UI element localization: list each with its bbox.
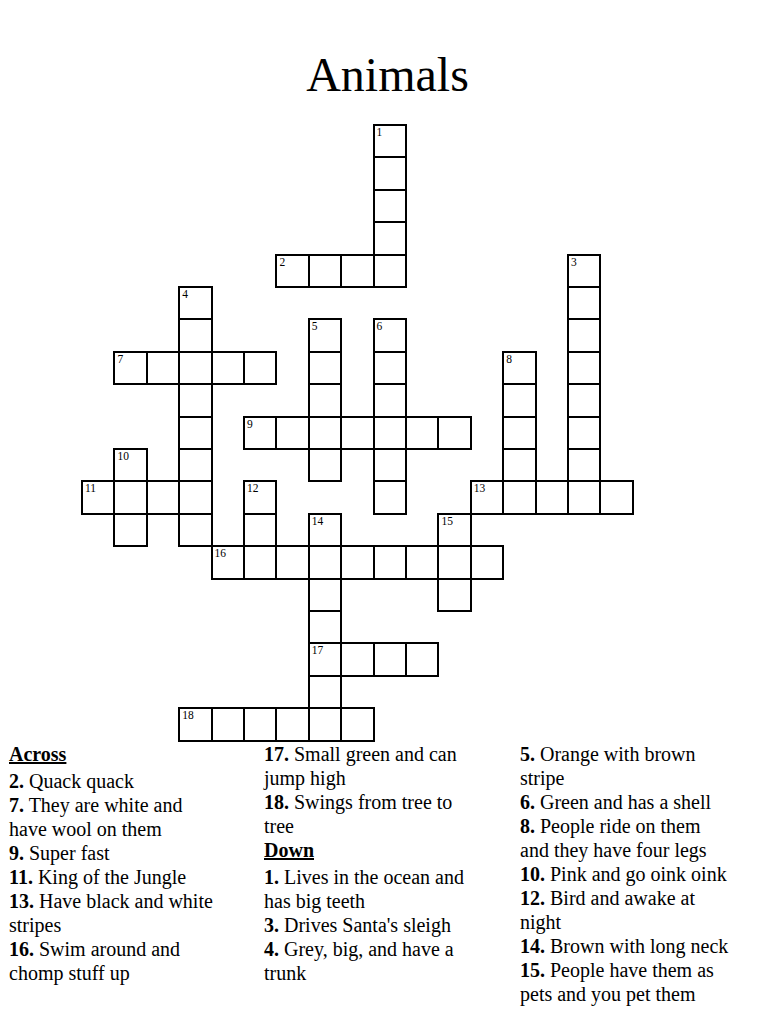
grid-cell-r12c3[interactable] [178,513,212,547]
grid-cell-r8c15[interactable] [567,383,601,417]
clue-text: Small green and can jump high [264,743,457,789]
grid-cell-r4c8[interactable] [340,254,374,288]
clue-text: King of the Jungle [38,866,186,888]
grid-cell-r18c7[interactable] [308,707,342,741]
clue-text: They are white and have wool on them [9,794,182,840]
clue-number: 5. [520,743,535,765]
cell-number: 15 [441,515,453,527]
grid-cell-r8c7[interactable] [308,383,342,417]
grid-cell-r8c9[interactable] [373,383,407,417]
clue-15-down: 15. People have them as pets and you pet… [520,958,766,1006]
clue-number: 1. [264,866,279,888]
grid-cell-r7c2[interactable] [146,351,180,385]
grid-cell-r12c7[interactable]: 14 [308,513,342,547]
grid-cell-r13c7[interactable] [308,545,342,579]
clue-number: 13. [9,890,34,912]
clue-number: 14. [520,935,545,957]
grid-cell-r13c8[interactable] [340,545,374,579]
grid-cell-r11c5[interactable]: 12 [243,480,277,514]
grid-cell-r16c10[interactable] [405,642,439,676]
grid-cell-r18c8[interactable] [340,707,374,741]
grid-cell-r13c6[interactable] [275,545,309,579]
grid-cell-r9c8[interactable] [340,416,374,450]
grid-cell-r11c3[interactable] [178,480,212,514]
clue-18-across: 18. Swings from tree to tree [264,790,510,838]
grid-cell-r9c10[interactable] [405,416,439,450]
grid-cell-r6c9[interactable]: 6 [373,318,407,352]
grid-cell-r10c13[interactable] [502,448,536,482]
grid-cell-r16c8[interactable] [340,642,374,676]
clues-header-down: Down [264,838,510,862]
clue-17-across: 17. Small green and can jump high [264,742,510,790]
grid-cell-r13c4[interactable]: 16 [211,545,245,579]
clue-1-down: 1. Lives in the ocean and has big teeth [264,865,510,913]
clue-13-across: 13. Have black and white stripes [9,889,255,937]
cell-number: 10 [117,450,129,462]
grid-cell-r12c5[interactable] [243,513,277,547]
cell-number: 5 [312,320,318,332]
cell-number: 16 [215,547,227,559]
clue-number: 16. [9,938,34,960]
grid-cell-r9c5[interactable]: 9 [243,416,277,450]
clue-text: Pink and go oink oink [550,863,727,885]
grid-cell-r9c15[interactable] [567,416,601,450]
grid-cell-r15c7[interactable] [308,610,342,644]
grid-cell-r2c9[interactable] [373,189,407,223]
clue-text: Orange with brown stripe [520,743,696,789]
clue-number: 6. [520,791,535,813]
grid-cell-r11c13[interactable] [502,480,536,514]
clue-number: 18. [264,791,289,813]
clue-2-across: 2. Quack quack [9,769,255,793]
clue-column-3: 5. Orange with brown stripe6. Green and … [520,742,766,1006]
clue-text: Bird and awake at night [520,887,695,933]
grid-cell-r13c10[interactable] [405,545,439,579]
grid-cell-r7c15[interactable] [567,351,601,385]
cell-number: 9 [247,418,253,430]
grid-cell-r12c11[interactable]: 15 [437,513,471,547]
grid-cell-r16c9[interactable] [373,642,407,676]
grid-cell-r18c5[interactable] [243,707,277,741]
crossword-grid: 123456789101112131415161718 [81,124,634,742]
grid-cell-r11c12[interactable]: 13 [470,480,504,514]
clue-text: Grey, big, and have a trunk [264,938,454,984]
grid-cell-r12c1[interactable] [113,513,147,547]
grid-cell-r10c3[interactable] [178,448,212,482]
clue-number: 17. [264,743,289,765]
clue-9-across: 9. Super fast [9,841,255,865]
clue-text: Lives in the ocean and has big teeth [264,866,464,912]
clues-header-text: Across [9,743,66,765]
clue-text: People ride on them and they have four l… [520,815,707,861]
clue-4-down: 4. Grey, big, and have a trunk [264,937,510,985]
grid-cell-r1c9[interactable] [373,156,407,190]
clue-7-across: 7. They are white and have wool on them [9,793,255,841]
grid-cell-r10c9[interactable] [373,448,407,482]
clue-number: 11. [9,866,33,888]
grid-cell-r11c15[interactable] [567,480,601,514]
grid-cell-r4c9[interactable] [373,254,407,288]
cell-number: 1 [377,126,383,138]
grid-cell-r3c9[interactable] [373,221,407,255]
grid-cell-r11c1[interactable] [113,480,147,514]
grid-cell-r16c7[interactable]: 17 [308,642,342,676]
grid-cell-r10c1[interactable]: 10 [113,448,147,482]
worksheet-page: Animals 123456789101112131415161718 Acro… [0,0,775,1028]
clue-3-down: 3. Drives Santa's sleigh [264,913,510,937]
grid-cell-r11c14[interactable] [535,480,569,514]
grid-cell-r14c7[interactable] [308,578,342,612]
clue-11-across: 11. King of the Jungle [9,865,255,889]
cell-number: 18 [182,709,194,721]
grid-cell-r7c3[interactable] [178,351,212,385]
grid-cell-r9c3[interactable] [178,416,212,450]
clue-text: Quack quack [29,770,134,792]
clue-8-down: 8. People ride on them and they have fou… [520,814,766,862]
clue-5-down: 5. Orange with brown stripe [520,742,766,790]
clue-6-down: 6. Green and has a shell [520,790,766,814]
grid-cell-r4c7[interactable] [308,254,342,288]
clue-number: 10. [520,863,545,885]
grid-cell-r18c4[interactable] [211,707,245,741]
cell-number: 6 [377,320,383,332]
grid-cell-r5c3[interactable]: 4 [178,286,212,320]
cell-number: 7 [117,353,123,365]
puzzle-title: Animals [0,51,775,99]
grid-cell-r7c4[interactable] [211,351,245,385]
grid-cell-r0c9[interactable]: 1 [373,124,407,158]
grid-cell-r9c11[interactable] [437,416,471,450]
grid-cell-r13c5[interactable] [243,545,277,579]
clue-number: 8. [520,815,535,837]
clues-header-across: Across [9,742,255,766]
cell-number: 14 [312,515,324,527]
grid-cell-r18c6[interactable] [275,707,309,741]
clue-number: 7. [9,794,24,816]
grid-cell-r9c13[interactable] [502,416,536,450]
clue-12-down: 12. Bird and awake at night [520,886,766,934]
clue-14-down: 14. Brown with long neck [520,934,766,958]
grid-cell-r13c12[interactable] [470,545,504,579]
grid-cell-r13c9[interactable] [373,545,407,579]
grid-cell-r9c6[interactable] [275,416,309,450]
clue-number: 2. [9,770,24,792]
clue-16-across: 16. Swim around and chomp stuff up [9,937,255,985]
clue-text: Brown with long neck [550,935,728,957]
clue-number: 4. [264,938,279,960]
clue-number: 12. [520,887,545,909]
grid-cell-r13c11[interactable] [437,545,471,579]
cell-number: 3 [571,256,577,268]
clue-number: 9. [9,842,24,864]
grid-cell-r7c1[interactable]: 7 [113,351,147,385]
grid-cell-r11c9[interactable] [373,480,407,514]
grid-cell-r7c7[interactable] [308,351,342,385]
grid-cell-r10c7[interactable] [308,448,342,482]
grid-cell-r4c15[interactable]: 3 [567,254,601,288]
grid-cell-r10c15[interactable] [567,448,601,482]
grid-cell-r7c13[interactable]: 8 [502,351,536,385]
grid-cell-r9c7[interactable] [308,416,342,450]
grid-cell-r14c11[interactable] [437,578,471,612]
clue-text: People have them as pets and you pet the… [520,959,714,1005]
clues-header-text: Down [264,839,314,861]
clue-text: Super fast [29,842,110,864]
grid-cell-r6c7[interactable]: 5 [308,318,342,352]
grid-cell-r6c15[interactable] [567,318,601,352]
grid-cell-r17c7[interactable] [308,675,342,709]
grid-cell-r7c5[interactable] [243,351,277,385]
clue-text: Green and has a shell [540,791,711,813]
grid-cell-r8c13[interactable] [502,383,536,417]
clue-10-down: 10. Pink and go oink oink [520,862,766,886]
clue-text: Swim around and chomp stuff up [9,938,180,984]
grid-cell-r11c2[interactable] [146,480,180,514]
grid-cell-r11c16[interactable] [599,480,633,514]
clue-number: 15. [520,959,545,981]
cell-number: 17 [312,644,324,656]
cell-number: 2 [279,256,285,268]
cell-number: 4 [182,288,188,300]
clue-text: Have black and white stripes [9,890,213,936]
clue-number: 3. [264,914,279,936]
cell-number: 12 [247,482,259,494]
clue-text: Drives Santa's sleigh [284,914,451,936]
grid-cell-r8c3[interactable] [178,383,212,417]
grid-cell-r9c9[interactable] [373,416,407,450]
grid-cell-r6c3[interactable] [178,318,212,352]
grid-cell-r11c0[interactable]: 11 [81,480,115,514]
clue-column-2: 17. Small green and can jump high18. Swi… [264,742,510,985]
grid-cell-r7c9[interactable] [373,351,407,385]
grid-cell-r5c15[interactable] [567,286,601,320]
cell-number: 8 [506,353,512,365]
cell-number: 11 [85,482,96,494]
cell-number: 13 [474,482,486,494]
clue-column-1: Across2. Quack quack7. They are white an… [9,742,255,985]
grid-cell-r4c6[interactable]: 2 [275,254,309,288]
grid-cell-r18c3[interactable]: 18 [178,707,212,741]
clue-text: Swings from tree to tree [264,791,452,837]
